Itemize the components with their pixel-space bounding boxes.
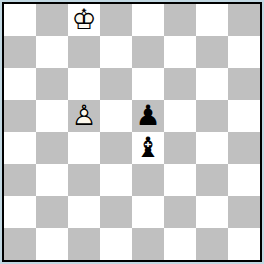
square-g5[interactable] (196, 100, 228, 132)
square-b5[interactable] (36, 100, 68, 132)
square-f2[interactable] (164, 196, 196, 228)
square-h2[interactable] (228, 196, 260, 228)
square-a3[interactable] (4, 164, 36, 196)
white-king: ♔ (68, 4, 100, 36)
square-e1[interactable] (132, 228, 164, 260)
square-c8[interactable]: ♚♔ (68, 4, 100, 36)
black-bishop: ♝ (132, 132, 164, 164)
square-e5[interactable]: ♟ (132, 100, 164, 132)
square-f3[interactable] (164, 164, 196, 196)
square-e2[interactable] (132, 196, 164, 228)
square-f5[interactable] (164, 100, 196, 132)
square-c4[interactable] (68, 132, 100, 164)
square-h3[interactable] (228, 164, 260, 196)
square-b4[interactable] (36, 132, 68, 164)
square-a5[interactable] (4, 100, 36, 132)
square-b3[interactable] (36, 164, 68, 196)
square-e8[interactable] (132, 4, 164, 36)
black-pawn: ♟ (132, 100, 164, 132)
square-h5[interactable] (228, 100, 260, 132)
square-g3[interactable] (196, 164, 228, 196)
square-h6[interactable] (228, 68, 260, 100)
square-c3[interactable] (68, 164, 100, 196)
board-border: ♚♔♟♙♟♝ (2, 2, 262, 262)
square-f8[interactable] (164, 4, 196, 36)
square-c1[interactable] (68, 228, 100, 260)
square-b1[interactable] (36, 228, 68, 260)
square-d4[interactable] (100, 132, 132, 164)
square-c6[interactable] (68, 68, 100, 100)
square-a7[interactable] (4, 36, 36, 68)
square-c5[interactable]: ♟♙ (68, 100, 100, 132)
square-e6[interactable] (132, 68, 164, 100)
square-g2[interactable] (196, 196, 228, 228)
square-f7[interactable] (164, 36, 196, 68)
square-g4[interactable] (196, 132, 228, 164)
square-c7[interactable] (68, 36, 100, 68)
square-d5[interactable] (100, 100, 132, 132)
square-a4[interactable] (4, 132, 36, 164)
square-h8[interactable] (228, 4, 260, 36)
square-d3[interactable] (100, 164, 132, 196)
white-pawn: ♙ (68, 100, 100, 132)
square-c2[interactable] (68, 196, 100, 228)
chess-board: ♚♔♟♙♟♝ (4, 4, 260, 260)
square-a8[interactable] (4, 4, 36, 36)
square-b8[interactable] (36, 4, 68, 36)
square-h4[interactable] (228, 132, 260, 164)
square-f1[interactable] (164, 228, 196, 260)
square-e4[interactable]: ♝ (132, 132, 164, 164)
square-b7[interactable] (36, 36, 68, 68)
square-g1[interactable] (196, 228, 228, 260)
square-d2[interactable] (100, 196, 132, 228)
square-a6[interactable] (4, 68, 36, 100)
square-h1[interactable] (228, 228, 260, 260)
square-f4[interactable] (164, 132, 196, 164)
square-f6[interactable] (164, 68, 196, 100)
square-h7[interactable] (228, 36, 260, 68)
square-b6[interactable] (36, 68, 68, 100)
square-d8[interactable] (100, 4, 132, 36)
square-e7[interactable] (132, 36, 164, 68)
square-g7[interactable] (196, 36, 228, 68)
square-d6[interactable] (100, 68, 132, 100)
board-frame: ♚♔♟♙♟♝ (0, 0, 264, 264)
square-a2[interactable] (4, 196, 36, 228)
square-a1[interactable] (4, 228, 36, 260)
square-d1[interactable] (100, 228, 132, 260)
square-e3[interactable] (132, 164, 164, 196)
square-g8[interactable] (196, 4, 228, 36)
square-g6[interactable] (196, 68, 228, 100)
square-d7[interactable] (100, 36, 132, 68)
square-b2[interactable] (36, 196, 68, 228)
